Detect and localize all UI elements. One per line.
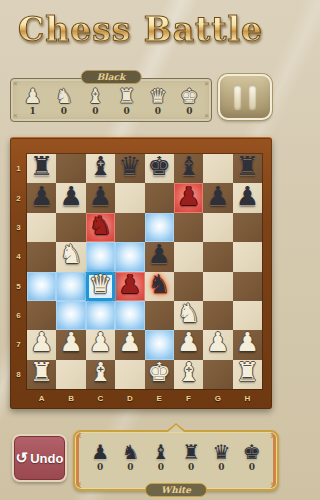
pawn-icon: ♟: [91, 442, 109, 462]
square-e8[interactable]: ♚: [145, 360, 174, 389]
piece-black-rook: ♜: [27, 150, 56, 183]
rank-label-8: 8: [10, 360, 27, 389]
square-d2[interactable]: [115, 183, 144, 212]
file-label-A: A: [27, 389, 56, 407]
piece-black-pawn: ♟: [115, 268, 144, 301]
square-a7[interactable]: ♟: [27, 330, 56, 359]
captured-bishop-slot: ♝0: [152, 442, 170, 472]
pause-button[interactable]: [218, 74, 272, 120]
square-f2[interactable]: ♟: [174, 183, 203, 212]
rank-label-2: 2: [10, 183, 27, 212]
captured-queen-count: 0: [218, 463, 224, 472]
piece-black-pawn: ♟: [145, 238, 174, 271]
piece-white-pawn: ♟: [203, 326, 232, 359]
square-b6[interactable]: [56, 301, 85, 330]
piece-white-king: ♚: [145, 356, 174, 389]
square-a1[interactable]: ♜: [27, 154, 56, 183]
captured-rook-count: 0: [124, 107, 130, 116]
piece-white-knight: ♞: [56, 238, 85, 271]
piece-white-pawn: ♟: [115, 326, 144, 359]
captured-pawn-count: 0: [97, 463, 103, 472]
file-label-E: E: [145, 389, 174, 407]
king-icon: ♚: [243, 442, 261, 462]
square-f1[interactable]: ♝: [174, 154, 203, 183]
captured-knight-count: 0: [127, 463, 133, 472]
square-b1[interactable]: [56, 154, 85, 183]
panel-notch: [165, 423, 187, 432]
square-g2[interactable]: ♟: [203, 183, 232, 212]
queen-icon: ♛: [149, 86, 167, 106]
square-a6[interactable]: [27, 301, 56, 330]
rook-icon: ♜: [182, 442, 200, 462]
rank-label-1: 1: [10, 154, 27, 183]
square-c7[interactable]: ♟: [86, 330, 115, 359]
undo-arrow-icon: ↺: [16, 449, 29, 467]
square-d3[interactable]: [115, 213, 144, 242]
corner-flourish-icon: ×: [270, 433, 275, 441]
captured-pawn-slot: ♟1: [24, 86, 42, 116]
square-h1[interactable]: ♜: [233, 154, 262, 183]
pause-icon: [249, 85, 256, 109]
white-captured-list: ♟0♞0♝0♜0♛0♚0: [85, 436, 267, 477]
square-b3[interactable]: [56, 213, 85, 242]
white-panel-label: White: [145, 483, 207, 497]
square-e5[interactable]: ♞: [145, 272, 174, 301]
rook-icon: ♜: [118, 86, 136, 106]
piece-black-pawn: ♟: [174, 179, 203, 212]
piece-white-rook: ♜: [27, 356, 56, 389]
piece-white-rook: ♜: [233, 356, 262, 389]
black-captured-list: ♟1♞0♝0♜0♛0♚0: [17, 82, 205, 119]
square-h6[interactable]: [233, 301, 262, 330]
piece-black-knight: ♞: [145, 268, 174, 301]
square-h4[interactable]: [233, 242, 262, 271]
square-b4[interactable]: ♞: [56, 242, 85, 271]
bishop-icon: ♝: [152, 442, 170, 462]
square-f4[interactable]: [174, 242, 203, 271]
piece-black-pawn: ♟: [233, 179, 262, 212]
captured-king-count: 0: [249, 463, 255, 472]
square-b5[interactable]: [56, 272, 85, 301]
captured-queen-slot: ♛0: [213, 442, 231, 472]
file-label-G: G: [203, 389, 232, 407]
rank-label-4: 4: [10, 242, 27, 271]
piece-white-pawn: ♟: [27, 326, 56, 359]
square-f5[interactable]: [174, 272, 203, 301]
piece-black-king: ♚: [145, 150, 174, 183]
square-h2[interactable]: ♟: [233, 183, 262, 212]
square-e3[interactable]: [145, 213, 174, 242]
square-d8[interactable]: [115, 360, 144, 389]
pause-icon: [234, 85, 241, 109]
piece-white-knight: ♞: [174, 297, 203, 330]
chess-board: 12345678 ABCDEFGH ♜♝♛♚♝♜♟♟♟♟♟♟♞♞♟♛♟♞♞♟♟♟…: [10, 137, 272, 409]
corner-flourish-icon: ×: [204, 112, 209, 120]
captured-pawn-slot: ♟0: [91, 442, 109, 472]
square-a3[interactable]: [27, 213, 56, 242]
square-b2[interactable]: ♟: [56, 183, 85, 212]
black-captured-panel: × × × × Black ♟1♞0♝0♜0♛0♚0: [10, 78, 212, 122]
captured-knight-count: 0: [61, 107, 67, 116]
piece-black-pawn: ♟: [27, 179, 56, 212]
square-c3[interactable]: ♞: [86, 213, 115, 242]
square-f6[interactable]: ♞: [174, 301, 203, 330]
piece-black-rook: ♜: [233, 150, 262, 183]
square-b8[interactable]: [56, 360, 85, 389]
black-panel-label: Black: [81, 70, 142, 84]
square-c6[interactable]: [86, 301, 115, 330]
square-g5[interactable]: [203, 272, 232, 301]
pawn-icon: ♟: [24, 86, 42, 106]
captured-rook-count: 0: [188, 463, 194, 472]
square-d6[interactable]: [115, 301, 144, 330]
rank-label-7: 7: [10, 330, 27, 359]
piece-white-bishop: ♝: [174, 356, 203, 389]
captured-bishop-slot: ♝0: [86, 86, 104, 116]
bishop-icon: ♝: [86, 86, 104, 106]
rank-label-3: 3: [10, 213, 27, 242]
king-icon: ♚: [180, 86, 198, 106]
square-c4[interactable]: [86, 242, 115, 271]
captured-queen-slot: ♛0: [149, 86, 167, 116]
file-label-D: D: [115, 389, 144, 407]
square-e2[interactable]: [145, 183, 174, 212]
square-g1[interactable]: [203, 154, 232, 183]
square-h8[interactable]: ♜: [233, 360, 262, 389]
square-g3[interactable]: [203, 213, 232, 242]
square-g4[interactable]: [203, 242, 232, 271]
square-d1[interactable]: ♛: [115, 154, 144, 183]
square-c8[interactable]: ♝: [86, 360, 115, 389]
file-label-F: F: [174, 389, 203, 407]
square-h7[interactable]: ♟: [233, 330, 262, 359]
piece-black-pawn: ♟: [56, 179, 85, 212]
piece-white-bishop: ♝: [86, 356, 115, 389]
white-captured-panel: × × × × ♟0♞0♝0♜0♛0♚0 White: [73, 430, 279, 491]
square-f3[interactable]: [174, 213, 203, 242]
square-c5[interactable]: ♛: [86, 272, 115, 301]
board-grid: ♜♝♛♚♝♜♟♟♟♟♟♟♞♞♟♛♟♞♞♟♟♟♟♟♟♟♜♝♚♝♜: [27, 154, 262, 389]
square-c2[interactable]: ♟: [86, 183, 115, 212]
square-f8[interactable]: ♝: [174, 360, 203, 389]
captured-queen-count: 0: [155, 107, 161, 116]
piece-black-bishop: ♝: [174, 150, 203, 183]
undo-button[interactable]: ↺ Undo: [12, 434, 67, 482]
square-c1[interactable]: ♝: [86, 154, 115, 183]
square-g8[interactable]: [203, 360, 232, 389]
undo-button-label: Undo: [30, 451, 63, 466]
queen-icon: ♛: [213, 442, 231, 462]
piece-black-knight: ♞: [86, 209, 115, 242]
piece-black-pawn: ♟: [86, 179, 115, 212]
square-a8[interactable]: ♜: [27, 360, 56, 389]
file-label-C: C: [86, 389, 115, 407]
piece-black-pawn: ♟: [203, 179, 232, 212]
square-e6[interactable]: [145, 301, 174, 330]
captured-rook-slot: ♜0: [118, 86, 136, 116]
square-f7[interactable]: ♟: [174, 330, 203, 359]
corner-flourish-icon: ×: [77, 480, 82, 488]
square-d4[interactable]: [115, 242, 144, 271]
captured-bishop-count: 0: [92, 107, 98, 116]
piece-white-pawn: ♟: [86, 326, 115, 359]
file-label-B: B: [56, 389, 85, 407]
piece-black-bishop: ♝: [86, 150, 115, 183]
square-a5[interactable]: [27, 272, 56, 301]
square-e4[interactable]: ♟: [145, 242, 174, 271]
piece-white-pawn: ♟: [56, 326, 85, 359]
piece-white-queen: ♛: [86, 268, 115, 301]
piece-black-queen: ♛: [115, 150, 144, 183]
captured-king-slot: ♚0: [243, 442, 261, 472]
square-e1[interactable]: ♚: [145, 154, 174, 183]
square-d5[interactable]: ♟: [115, 272, 144, 301]
square-d7[interactable]: ♟: [115, 330, 144, 359]
rank-labels: 12345678: [10, 154, 27, 389]
knight-icon: ♞: [55, 86, 73, 106]
file-labels: ABCDEFGH: [27, 389, 262, 407]
captured-king-count: 0: [186, 107, 192, 116]
corner-flourish-icon: ×: [77, 433, 82, 441]
captured-rook-slot: ♜0: [182, 442, 200, 472]
square-h3[interactable]: [233, 213, 262, 242]
piece-white-pawn: ♟: [233, 326, 262, 359]
file-label-H: H: [233, 389, 262, 407]
captured-king-slot: ♚0: [180, 86, 198, 116]
square-a4[interactable]: [27, 242, 56, 271]
captured-bishop-count: 0: [158, 463, 164, 472]
piece-white-pawn: ♟: [174, 326, 203, 359]
knight-icon: ♞: [122, 442, 140, 462]
square-a2[interactable]: ♟: [27, 183, 56, 212]
app-title: Chess Battle: [0, 10, 281, 49]
captured-knight-slot: ♞0: [55, 86, 73, 116]
square-b7[interactable]: ♟: [56, 330, 85, 359]
square-h5[interactable]: [233, 272, 262, 301]
square-e7[interactable]: [145, 330, 174, 359]
rank-label-6: 6: [10, 301, 27, 330]
square-g6[interactable]: [203, 301, 232, 330]
rank-label-5: 5: [10, 272, 27, 301]
captured-knight-slot: ♞0: [122, 442, 140, 472]
corner-flourish-icon: ×: [270, 480, 275, 488]
corner-flourish-icon: ×: [204, 80, 209, 88]
captured-pawn-count: 1: [30, 107, 36, 116]
square-g7[interactable]: ♟: [203, 330, 232, 359]
